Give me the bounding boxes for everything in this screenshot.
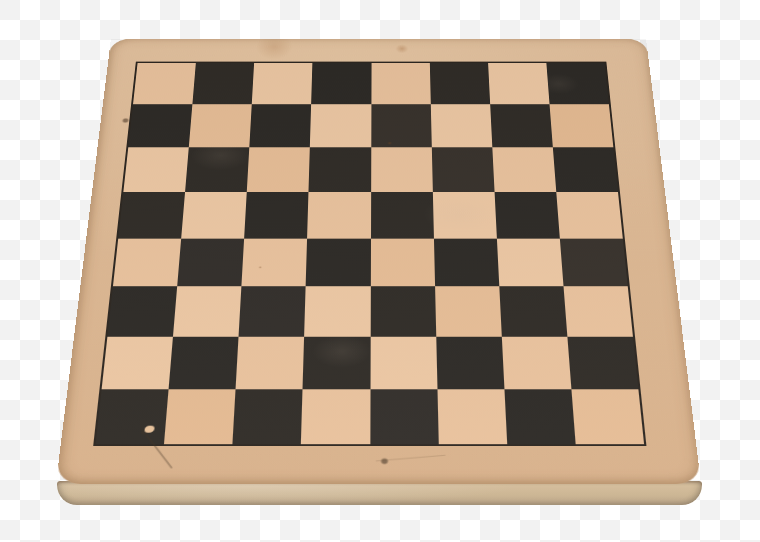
square-h2: [567, 337, 638, 390]
square-b8: [193, 63, 255, 104]
square-d2: [303, 337, 370, 390]
square-g2: [502, 337, 572, 390]
scratch-mark-faint: [376, 455, 446, 462]
square-a5: [118, 192, 185, 238]
square-c2: [236, 337, 305, 390]
square-e2: [370, 337, 437, 390]
square-h7: [549, 104, 613, 147]
square-h6: [553, 147, 618, 192]
square-a2: [102, 337, 173, 390]
square-h1: [571, 389, 644, 444]
square-h4: [560, 238, 628, 286]
square-f5: [432, 192, 496, 238]
square-g4: [497, 238, 564, 286]
square-g3: [499, 287, 567, 337]
square-c1: [233, 389, 303, 444]
square-e1: [370, 389, 439, 444]
square-d1: [301, 389, 370, 444]
square-c5: [244, 192, 308, 238]
square-g6: [492, 147, 556, 192]
square-c7: [250, 104, 312, 147]
square-e3: [370, 287, 436, 337]
square-f4: [434, 238, 499, 286]
square-d8: [311, 63, 371, 104]
square-b4: [177, 238, 244, 286]
board-grid: [93, 62, 646, 446]
square-d7: [310, 104, 371, 147]
square-b2: [169, 337, 239, 390]
square-d4: [306, 238, 371, 286]
square-e4: [370, 238, 434, 286]
square-e8: [371, 63, 430, 104]
square-a3: [107, 287, 177, 337]
square-a7: [128, 104, 192, 147]
square-b7: [189, 104, 252, 147]
square-e6: [371, 147, 433, 192]
square-a8: [133, 63, 196, 104]
square-g1: [504, 389, 575, 444]
square-f1: [437, 389, 507, 444]
square-b1: [164, 389, 236, 444]
square-a1: [96, 389, 169, 444]
square-c3: [239, 287, 306, 337]
square-a4: [113, 238, 181, 286]
square-c4: [242, 238, 308, 286]
square-f8: [429, 63, 489, 104]
square-c6: [247, 147, 310, 192]
square-f7: [430, 104, 492, 147]
square-f6: [431, 147, 494, 192]
square-f3: [435, 287, 502, 337]
square-d6: [309, 147, 371, 192]
square-c8: [252, 63, 313, 104]
board-side-edge: [57, 481, 702, 505]
square-a6: [123, 147, 189, 192]
square-b6: [185, 147, 249, 192]
square-e7: [371, 104, 432, 147]
square-h3: [563, 287, 633, 337]
square-h8: [546, 63, 609, 104]
square-g5: [494, 192, 559, 238]
square-f2: [436, 337, 504, 390]
transparent-background: [0, 0, 760, 542]
square-d5: [307, 192, 370, 238]
square-e5: [371, 192, 434, 238]
square-h5: [556, 192, 623, 238]
square-b5: [181, 192, 247, 238]
chessboard: [56, 39, 701, 484]
square-d3: [304, 287, 370, 337]
square-b3: [173, 287, 242, 337]
square-g7: [490, 104, 553, 147]
square-g8: [488, 63, 550, 104]
